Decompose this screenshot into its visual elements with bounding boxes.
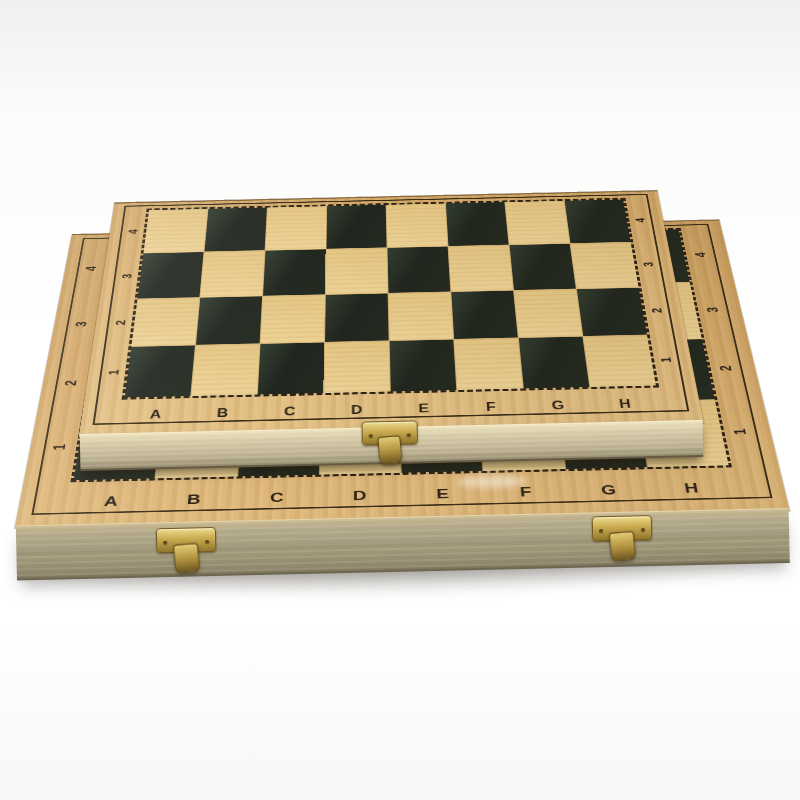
rank-label: 1 — [629, 350, 703, 368]
upper-board-surface: ABCDEFGH 4321 4321 — [79, 190, 704, 437]
clasp-hook — [173, 542, 200, 573]
file-label: B — [189, 406, 257, 421]
file-label: D — [319, 487, 402, 505]
upper-checker-grid — [125, 199, 656, 397]
square-b3 — [200, 251, 264, 297]
file-label: B — [152, 491, 236, 509]
file-label: G — [524, 398, 593, 413]
square-c3 — [263, 249, 326, 295]
file-label: C — [235, 489, 319, 507]
square-c4 — [266, 206, 327, 250]
square-e1 — [390, 340, 457, 392]
rank-label: 2 — [85, 314, 156, 331]
square-d1 — [324, 341, 390, 393]
square-g2 — [514, 289, 582, 338]
rank-label: 1 — [77, 363, 150, 381]
file-label: G — [567, 481, 652, 499]
square-c2 — [261, 295, 325, 344]
clasp-hook — [609, 531, 636, 562]
brass-clasp-front-center — [361, 420, 418, 463]
file-label: D — [324, 403, 391, 418]
file-label: A — [122, 407, 191, 422]
product-photo-scene: ABCDEFGH 4321 4321 — [0, 0, 800, 800]
square-e2 — [389, 292, 454, 341]
square-d4 — [326, 205, 386, 249]
square-e3 — [387, 246, 450, 292]
square-b2 — [196, 296, 262, 345]
file-label: F — [457, 400, 525, 415]
square-e4 — [387, 204, 448, 248]
file-label: H — [591, 397, 660, 412]
brass-clasp-front-left — [156, 527, 217, 572]
square-f4 — [446, 202, 509, 246]
brass-clasp-front-right — [592, 515, 653, 560]
square-d3 — [326, 248, 388, 294]
square-g3 — [510, 244, 576, 290]
rank-label: 3 — [92, 268, 161, 284]
rank-label: 2 — [621, 302, 693, 319]
square-c1 — [258, 343, 324, 395]
file-label: E — [401, 485, 485, 503]
square-f2 — [451, 290, 518, 339]
square-b4 — [205, 208, 267, 252]
square-f1 — [454, 338, 523, 390]
clasp-screw-icon — [368, 434, 372, 438]
file-label: H — [649, 479, 735, 497]
rank-label: 4 — [99, 224, 166, 239]
file-label: E — [391, 401, 459, 416]
clasp-hook — [377, 435, 403, 465]
rank-label: 4 — [606, 213, 674, 228]
upper-board: ABCDEFGH 4321 4321 — [71, 63, 705, 471]
square-f3 — [449, 245, 514, 291]
file-label: A — [69, 493, 154, 511]
square-d2 — [325, 293, 389, 342]
rank-label: 1 — [692, 420, 790, 442]
square-b1 — [191, 344, 259, 396]
photo-tilt-wrapper: ABCDEFGH 4321 4321 — [0, 0, 800, 800]
square-g4 — [505, 201, 569, 245]
square-g1 — [519, 337, 590, 389]
clasp-screw-icon — [407, 433, 411, 437]
file-label: C — [256, 404, 324, 419]
rank-label: 3 — [614, 256, 684, 272]
